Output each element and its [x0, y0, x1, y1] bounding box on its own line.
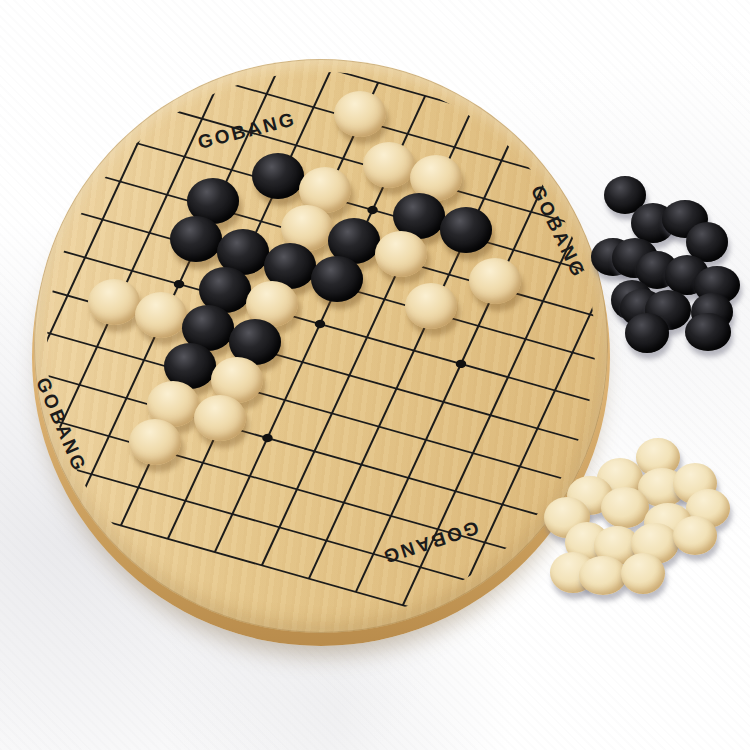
gobang-board	[34, 59, 608, 633]
board-grid	[47, 72, 595, 620]
spare-white-stone[interactable]	[601, 487, 649, 528]
white-stone[interactable]	[363, 142, 415, 188]
spare-white-stone[interactable]	[673, 516, 717, 555]
spare-white-stone[interactable]	[579, 556, 627, 595]
spare-black-stone[interactable]	[625, 313, 669, 353]
grid-clip-area	[47, 72, 595, 620]
white-stone[interactable]	[334, 91, 386, 137]
grid-line-row	[47, 357, 550, 518]
black-stone[interactable]	[252, 153, 304, 199]
star-point	[313, 319, 326, 330]
white-stone[interactable]	[88, 279, 140, 325]
white-stone[interactable]	[375, 231, 427, 277]
star-point	[366, 205, 379, 216]
white-stone[interactable]	[405, 283, 457, 329]
star-point	[454, 359, 467, 370]
star-point	[172, 279, 185, 290]
white-stone[interactable]	[135, 292, 187, 338]
star-point	[261, 433, 274, 444]
white-stone[interactable]	[469, 258, 521, 304]
white-stone[interactable]	[194, 395, 246, 441]
spare-black-stone[interactable]	[685, 313, 731, 351]
spare-white-stone[interactable]	[621, 553, 665, 594]
black-stone[interactable]	[311, 256, 363, 302]
black-stone[interactable]	[170, 216, 222, 262]
black-stone[interactable]	[440, 207, 492, 253]
